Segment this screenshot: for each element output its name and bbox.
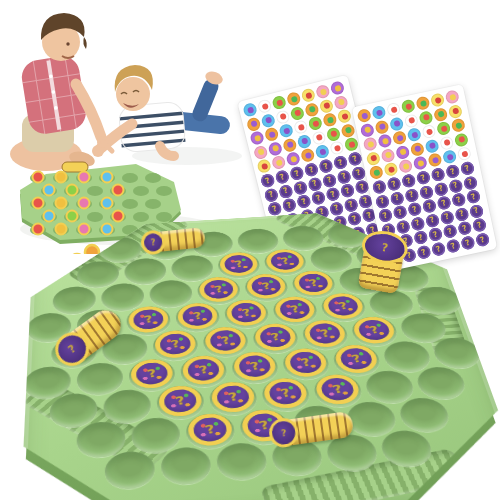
mystery-chip-sticker: ? [436,195,451,210]
board-hole[interactable] [105,450,156,491]
fruit-sticker [427,153,442,168]
fruit-sticker [454,132,469,147]
question-mark-glyph: ? [367,324,380,335]
fruit-sticker [253,144,269,160]
fruit-sticker [271,155,287,171]
question-mark-glyph: ? [233,259,245,269]
fruit-sticker [392,130,407,145]
fruit-sticker [271,95,287,111]
mystery-chip-sticker: ? [340,183,356,199]
fruit-sticker [377,133,392,148]
question-mark-glyph: ? [289,304,302,315]
question-mark-glyph: ? [337,301,350,312]
question-mark-glyph: ? [219,335,231,346]
inset-fruit-chip [113,185,124,196]
question-mark-glyph: ? [307,278,319,288]
question-mark-glyph: ? [349,353,363,365]
fruit-sticker [436,121,451,136]
fruit-sticker [307,116,323,132]
question-mark-glyph: ? [192,311,204,322]
fruit-sticker [445,89,460,104]
mystery-chip-sticker: ? [336,169,352,185]
mystery-chip-sticker: ? [443,224,458,239]
question-mark-glyph: ? [318,328,331,339]
question-mark-glyph: ? [146,368,158,380]
fruit-sticker [430,92,445,107]
fruit-sticker [282,137,298,153]
fruit-sticker [386,102,401,117]
fruit-sticker [442,149,457,164]
mystery-chip-sticker: ? [392,205,407,220]
inset-fruit-chip [56,172,67,183]
fruit-sticker [246,116,262,132]
mystery-chip-sticker: ? [260,173,276,189]
fruit-sticker [285,151,301,167]
mystery-chip-sticker: ? [466,189,481,204]
inset-fruit-chip [67,185,78,196]
fruit-sticker [326,126,342,142]
fruit-sticker [366,151,381,166]
fruit-sticker [267,141,283,157]
fruit-sticker [340,123,356,139]
inset-fruit-chip [79,172,90,183]
fruit-sticker [363,137,378,152]
mystery-chip-sticker: ? [375,194,390,209]
question-mark-glyph: ? [279,256,291,266]
fruit-sticker [300,87,316,103]
fruit-sticker [304,102,320,118]
fruit-sticker [457,146,472,161]
fruit-sticker [380,148,395,163]
mystery-chip-sticker: ? [372,179,387,194]
mystery-chip-sticker: ? [386,176,401,191]
fruit-sticker [413,156,428,171]
fruit-sticker [242,102,258,118]
mystery-chip-sticker: ? [404,187,419,202]
fruit-sticker [407,127,422,142]
fruit-sticker [415,95,430,110]
fruit-sticker [311,130,327,146]
mystery-chip-sticker: ? [454,207,469,222]
mystery-chip-sticker: ? [307,176,323,192]
fruit-sticker [448,104,463,119]
fruit-sticker [401,99,416,114]
fruit-sticker [330,80,346,96]
fruit-sticker [278,123,294,139]
question-mark-glyph: ? [260,281,272,291]
fruit-sticker [322,112,338,128]
mystery-chip-sticker: ? [274,169,290,185]
mystery-chip-sticker: ? [413,230,428,245]
fruit-sticker [433,107,448,122]
mystery-chip-sticker: ? [410,216,425,231]
fruit-sticker [293,119,309,135]
mystery-chip-sticker: ? [460,235,475,250]
question-mark-glyph: ? [257,419,271,432]
fruit-sticker [439,135,454,150]
mystery-chip-sticker: ? [469,203,484,218]
fruit-sticker [289,105,305,121]
fruit-sticker [264,127,280,143]
fruit-sticker [333,94,349,110]
fruit-sticker [369,165,384,180]
board-hole[interactable] [414,366,469,401]
question-mark-glyph: ? [203,423,216,436]
fruit-sticker [383,162,398,177]
fruit-sticker [260,112,276,128]
fruit-sticker [296,134,312,150]
fruit-sticker [315,84,331,100]
fruit-sticker [374,119,389,134]
mystery-chip-sticker: ? [472,218,487,233]
fruit-sticker [410,141,425,156]
mystery-chip-sticker: ? [407,202,422,217]
inset-fruit-chip [33,172,44,183]
mystery-chip-sticker: ? [431,241,446,256]
fruit-sticker [286,91,302,107]
mystery-chip-sticker: ? [318,158,334,174]
fruit-sticker [398,159,413,174]
board-hole[interactable] [430,336,484,369]
inset-fruit-chip [44,185,55,196]
mystery-chip-sticker: ? [428,227,443,242]
fruit-sticker [344,137,360,153]
fruit-sticker [329,140,345,156]
question-mark-glyph: ? [240,307,252,318]
chip-stack-top-right[interactable]: ? [357,244,404,294]
fruit-sticker [389,116,404,131]
fruit-sticker [424,138,439,153]
mystery-chip-sticker: ? [433,181,448,196]
fruit-sticker [257,98,273,114]
fruit-sticker [315,144,331,160]
mystery-chip-sticker: ? [416,245,431,260]
inset-fruit-chip [102,172,113,183]
mystery-chip-sticker: ? [401,173,416,188]
fruit-sticker [249,130,265,146]
question-mark-glyph: ? [143,314,155,325]
question-mark-glyph: ? [248,360,261,372]
mystery-chip-sticker: ? [289,166,305,182]
question-mark-glyph: ? [197,364,210,376]
fruit-sticker [300,148,316,164]
mystery-chip-sticker: ? [278,183,294,199]
mystery-chip-sticker: ? [425,213,440,228]
fruit-sticker [371,105,386,120]
mystery-chip-sticker: ? [463,175,478,190]
mystery-chip-sticker: ? [430,167,445,182]
mystery-chip-sticker: ? [416,170,431,185]
mystery-chip-sticker: ? [293,180,309,196]
question-mark-glyph: ? [299,357,312,369]
mystery-chip-sticker: ? [378,208,393,223]
board-hole[interactable] [396,396,452,433]
boy-lying [92,65,231,157]
question-mark-glyph: ? [174,395,187,408]
mystery-chip-sticker: ? [322,172,338,188]
mystery-chip-sticker: ? [460,161,475,176]
mystery-chip-sticker: ? [448,178,463,193]
fruit-sticker [421,124,436,139]
fruit-sticker [395,145,410,160]
fruit-sticker [360,122,375,137]
mystery-chip-sticker: ? [475,232,490,247]
question-mark-glyph: ? [331,383,345,395]
board-hole[interactable] [160,446,212,487]
fruit-sticker [256,159,272,175]
fruit-sticker [275,109,291,125]
board-hole[interactable] [215,441,269,481]
fruit-sticker [319,98,335,114]
question-mark-glyph: ? [226,391,239,404]
fruit-sticker [337,108,353,124]
mystery-chip-sticker: ? [304,162,320,178]
question-mark-glyph: ? [269,331,282,342]
fruit-sticker [357,108,372,123]
question-mark-glyph: ? [169,338,181,349]
mystery-chip-sticker: ? [389,191,404,206]
mystery-chip-sticker: ? [395,219,410,234]
question-mark-glyph: ? [213,284,225,294]
fruit-sticker [451,118,466,133]
mystery-chip-sticker: ? [446,238,461,253]
fruit-sticker [404,113,419,128]
mystery-chip-sticker: ? [439,210,454,225]
question-mark-glyph: ? [279,387,292,399]
mystery-chip-sticker: ? [333,155,349,171]
mystery-chip-sticker: ? [451,192,466,207]
fruit-sticker [418,110,433,125]
mystery-chip-sticker: ? [445,164,460,179]
mystery-chip-sticker: ? [422,199,437,214]
mystery-chip-sticker: ? [419,184,434,199]
mystery-chip-sticker: ? [457,221,472,236]
